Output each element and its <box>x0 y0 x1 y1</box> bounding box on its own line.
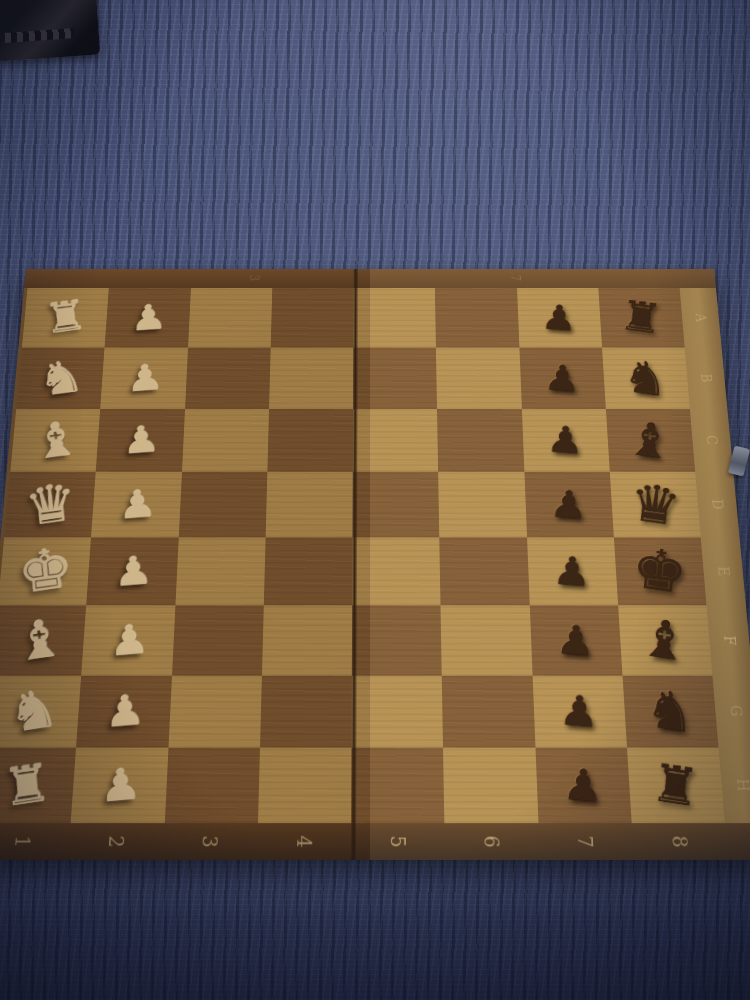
white-rook-h1[interactable]: ♜ <box>1 756 54 815</box>
square-e7[interactable]: ♟ <box>527 537 618 605</box>
square-e5[interactable] <box>352 537 441 605</box>
black-knight-b8[interactable]: ♞ <box>620 353 671 403</box>
square-g2[interactable]: ♟ <box>76 675 171 748</box>
white-bishop-c1[interactable]: ♝ <box>30 414 82 467</box>
square-a3[interactable] <box>188 288 272 347</box>
square-a7[interactable]: ♟ <box>517 288 602 347</box>
white-pawn-d2[interactable]: ♟ <box>117 484 156 525</box>
white-pawn-c2[interactable]: ♟ <box>121 421 160 460</box>
square-h7[interactable]: ♟ <box>535 748 631 823</box>
square-d1[interactable]: ♛ <box>4 472 96 537</box>
square-g1[interactable]: ♞ <box>0 675 81 748</box>
file-label-D: D <box>709 499 725 510</box>
square-c6[interactable] <box>437 409 524 472</box>
file-label-H: H <box>734 779 750 792</box>
square-a1[interactable]: ♜ <box>22 288 109 347</box>
square-d6[interactable] <box>438 472 526 537</box>
square-d3[interactable] <box>178 472 267 537</box>
square-a2[interactable]: ♟ <box>105 288 191 347</box>
black-pawn-g7[interactable]: ♟ <box>558 689 600 734</box>
square-d7[interactable]: ♟ <box>524 472 614 537</box>
square-f5[interactable] <box>352 605 442 675</box>
white-pawn-a2[interactable]: ♟ <box>129 299 166 336</box>
white-pawn-b2[interactable]: ♟ <box>125 359 163 397</box>
square-a4[interactable] <box>270 288 353 347</box>
black-pawn-h7[interactable]: ♟ <box>562 762 604 809</box>
black-pawn-f7[interactable]: ♟ <box>555 618 596 661</box>
white-queen-d1[interactable]: ♛ <box>22 475 79 533</box>
square-f1[interactable]: ♝ <box>0 605 86 675</box>
black-pawn-d7[interactable]: ♟ <box>549 484 589 525</box>
square-h8[interactable]: ♜ <box>627 748 725 823</box>
white-pawn-f2[interactable]: ♟ <box>108 618 149 661</box>
square-b7[interactable]: ♟ <box>519 347 606 408</box>
square-e2[interactable]: ♟ <box>86 537 178 605</box>
square-f4[interactable] <box>262 605 352 675</box>
square-f7[interactable]: ♟ <box>529 605 622 675</box>
square-f3[interactable] <box>172 605 264 675</box>
square-a6[interactable] <box>435 288 519 347</box>
square-g5[interactable] <box>352 675 444 748</box>
square-e1[interactable]: ♚ <box>0 537 91 605</box>
square-d8[interactable]: ♛ <box>610 472 701 537</box>
black-pawn-e7[interactable]: ♟ <box>552 550 592 592</box>
white-knight-b1[interactable]: ♞ <box>36 353 86 403</box>
file-label-E: E <box>715 566 731 576</box>
square-d5[interactable] <box>352 472 439 537</box>
square-e3[interactable] <box>175 537 265 605</box>
square-b3[interactable] <box>185 347 271 408</box>
white-pawn-e2[interactable]: ♟ <box>113 550 153 592</box>
square-g7[interactable]: ♟ <box>532 675 627 748</box>
board-top-border: 37 <box>24 269 716 288</box>
square-b1[interactable]: ♞ <box>16 347 105 408</box>
dark-object-on-carpet <box>0 0 100 62</box>
square-g4[interactable] <box>260 675 352 748</box>
square-d2[interactable]: ♟ <box>91 472 181 537</box>
square-c2[interactable]: ♟ <box>96 409 185 472</box>
square-b5[interactable] <box>353 347 437 408</box>
square-b2[interactable]: ♟ <box>100 347 187 408</box>
file-label-C: C <box>704 435 719 445</box>
file-label-G: G <box>727 705 743 717</box>
black-rook-a8[interactable]: ♜ <box>617 295 664 341</box>
square-a5[interactable] <box>353 288 436 347</box>
carpet-shadow-bottom <box>0 820 750 1000</box>
file-label-B: B <box>698 373 713 382</box>
square-f8[interactable]: ♝ <box>618 605 713 675</box>
square-b8[interactable]: ♞ <box>602 347 690 408</box>
chess-board: 37 ♜♟♟♜♞♟♟♞♝♟♟♝♛♟♟♛♚♟♟♚♝♟♟♝♞♟♟♞♜♟♟♜ ABCD… <box>0 269 750 860</box>
top-border-mark-3: 3 <box>248 275 262 281</box>
square-c3[interactable] <box>182 409 269 472</box>
square-f6[interactable] <box>441 605 532 675</box>
square-c7[interactable]: ♟ <box>521 409 609 472</box>
square-c5[interactable] <box>353 409 439 472</box>
square-c8[interactable]: ♝ <box>606 409 696 472</box>
square-d4[interactable] <box>265 472 352 537</box>
black-queen-d8[interactable]: ♛ <box>626 475 683 533</box>
square-c4[interactable] <box>267 409 353 472</box>
square-h5[interactable] <box>351 748 444 823</box>
black-bishop-c8[interactable]: ♝ <box>624 414 676 467</box>
square-b6[interactable] <box>436 347 521 408</box>
square-h1[interactable]: ♜ <box>0 748 76 823</box>
square-g8[interactable]: ♞ <box>622 675 718 748</box>
black-pawn-b7[interactable]: ♟ <box>543 359 581 397</box>
square-h3[interactable] <box>164 748 259 823</box>
white-king-e1[interactable]: ♚ <box>15 540 75 603</box>
black-rook-h8[interactable]: ♜ <box>649 756 702 815</box>
black-knight-g8[interactable]: ♞ <box>642 682 697 742</box>
square-g6[interactable] <box>442 675 535 748</box>
black-pawn-c7[interactable]: ♟ <box>546 421 585 460</box>
black-bishop-f8[interactable]: ♝ <box>637 611 692 670</box>
white-bishop-f1[interactable]: ♝ <box>12 611 67 670</box>
top-border-mark-7: 7 <box>509 275 523 281</box>
square-b4[interactable] <box>269 347 353 408</box>
square-e4[interactable] <box>264 537 353 605</box>
square-g3[interactable] <box>168 675 262 748</box>
file-label-A: A <box>693 313 708 322</box>
board-grid: ♜♟♟♜♞♟♟♞♝♟♟♝♛♟♟♛♚♟♟♚♝♟♟♝♞♟♟♞♜♟♟♜ <box>0 288 725 823</box>
square-c1[interactable]: ♝ <box>10 409 100 472</box>
square-h2[interactable]: ♟ <box>71 748 168 823</box>
square-e8[interactable]: ♚ <box>614 537 707 605</box>
square-h6[interactable] <box>443 748 538 823</box>
white-pawn-h2[interactable]: ♟ <box>99 762 141 809</box>
white-pawn-g2[interactable]: ♟ <box>104 689 145 734</box>
square-h4[interactable] <box>258 748 352 823</box>
square-a8[interactable]: ♜ <box>598 288 685 347</box>
white-rook-a1[interactable]: ♜ <box>42 295 89 341</box>
white-knight-g1[interactable]: ♞ <box>6 682 61 742</box>
black-king-e8[interactable]: ♚ <box>629 540 690 603</box>
photo-scene: 37 ♜♟♟♜♞♟♟♞♝♟♟♝♛♟♟♛♚♟♟♚♝♟♟♝♞♟♟♞♜♟♟♜ ABCD… <box>0 0 750 1000</box>
square-f2[interactable]: ♟ <box>81 605 175 675</box>
black-pawn-a7[interactable]: ♟ <box>540 299 578 336</box>
square-e6[interactable] <box>440 537 530 605</box>
file-label-F: F <box>721 635 737 645</box>
